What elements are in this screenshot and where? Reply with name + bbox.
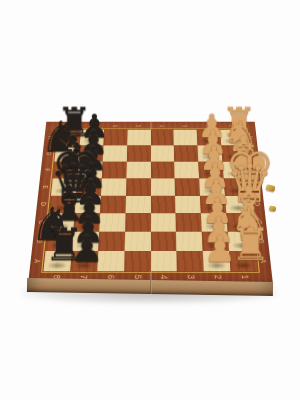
coordinate-label-text: H	[246, 135, 253, 138]
coordinate-label-text: 7	[89, 124, 96, 126]
coordinate-label-text: 7	[77, 274, 88, 278]
square-a1[interactable]: ♜	[229, 251, 257, 271]
coordinate-label-text: H	[47, 135, 54, 138]
coordinate-label-text: 1	[239, 274, 250, 278]
rank-label-front-2: 2	[204, 271, 232, 282]
coordinate-label-text: 1	[228, 124, 235, 126]
rank-label-back-4: 4	[150, 121, 173, 128]
square-a5[interactable]	[123, 251, 150, 271]
square-c4[interactable]	[150, 213, 176, 232]
piece-bP-a7[interactable]: ♟	[70, 230, 97, 266]
coordinate-label-text: 6	[112, 124, 119, 126]
piece-wP-a2[interactable]: ♟	[203, 230, 230, 266]
square-h3[interactable]	[173, 129, 197, 145]
coordinate-label-text: 4	[158, 124, 165, 126]
square-e5[interactable]	[125, 178, 150, 195]
square-c3[interactable]	[175, 213, 201, 232]
piece-bR-a8[interactable]: ♜	[43, 222, 70, 267]
square-b4[interactable]	[150, 231, 176, 250]
coordinate-label-text: 6	[104, 274, 115, 278]
file-label-left-a: A	[29, 251, 45, 271]
piece-wR-a1[interactable]: ♜	[230, 222, 257, 267]
square-h5[interactable]	[126, 129, 150, 145]
square-g4[interactable]	[150, 145, 174, 161]
coordinate-label-text: 3	[181, 124, 188, 126]
playing-grid: ♜♟♟♜♞♟♟♞♝♟♟♝♚♟♟♚♛♟♟♛♝♟♟♝♞♟♟♞♜♟♟♜	[43, 129, 257, 270]
coordinate-label-text: 2	[212, 274, 223, 278]
coordinate-label-text: A	[33, 259, 41, 263]
coordinate-label-text: 5	[135, 124, 142, 126]
square-b3[interactable]	[176, 231, 203, 250]
square-e4[interactable]	[150, 178, 175, 195]
coordinate-label-text: 3	[185, 274, 196, 278]
square-b5[interactable]	[124, 231, 150, 250]
square-f4[interactable]	[150, 161, 174, 178]
square-g5[interactable]	[126, 145, 150, 161]
rank-label-back-5: 5	[127, 121, 150, 128]
square-f5[interactable]	[126, 161, 150, 178]
rank-label-front-1: 1	[230, 271, 258, 282]
chessboard: 87654321 87654321 ABCDEFGH ABCDEFGH ♜♟♟♜…	[28, 121, 272, 281]
front-edge-seam	[150, 280, 152, 294]
square-a8[interactable]: ♜	[43, 251, 71, 271]
coordinate-label-text: 4	[158, 274, 169, 278]
square-a7[interactable]: ♟	[70, 251, 98, 271]
product-photo-scene: 87654321 87654321 ABCDEFGH ABCDEFGH ♜♟♟♜…	[0, 0, 300, 400]
square-c5[interactable]	[124, 213, 150, 232]
coordinate-label-text: 8	[66, 124, 73, 126]
square-a2[interactable]: ♟	[203, 251, 231, 271]
square-f3[interactable]	[174, 161, 199, 178]
coordinate-label-text: 2	[205, 124, 212, 126]
rank-label-back-3: 3	[173, 121, 196, 128]
square-a4[interactable]	[150, 251, 177, 271]
square-e3[interactable]	[174, 178, 199, 195]
coordinate-label-text: 5	[131, 274, 142, 278]
square-a3[interactable]	[176, 251, 203, 271]
square-g3[interactable]	[174, 145, 198, 161]
square-h4[interactable]	[150, 129, 174, 145]
brass-clasp-icon	[269, 205, 277, 211]
